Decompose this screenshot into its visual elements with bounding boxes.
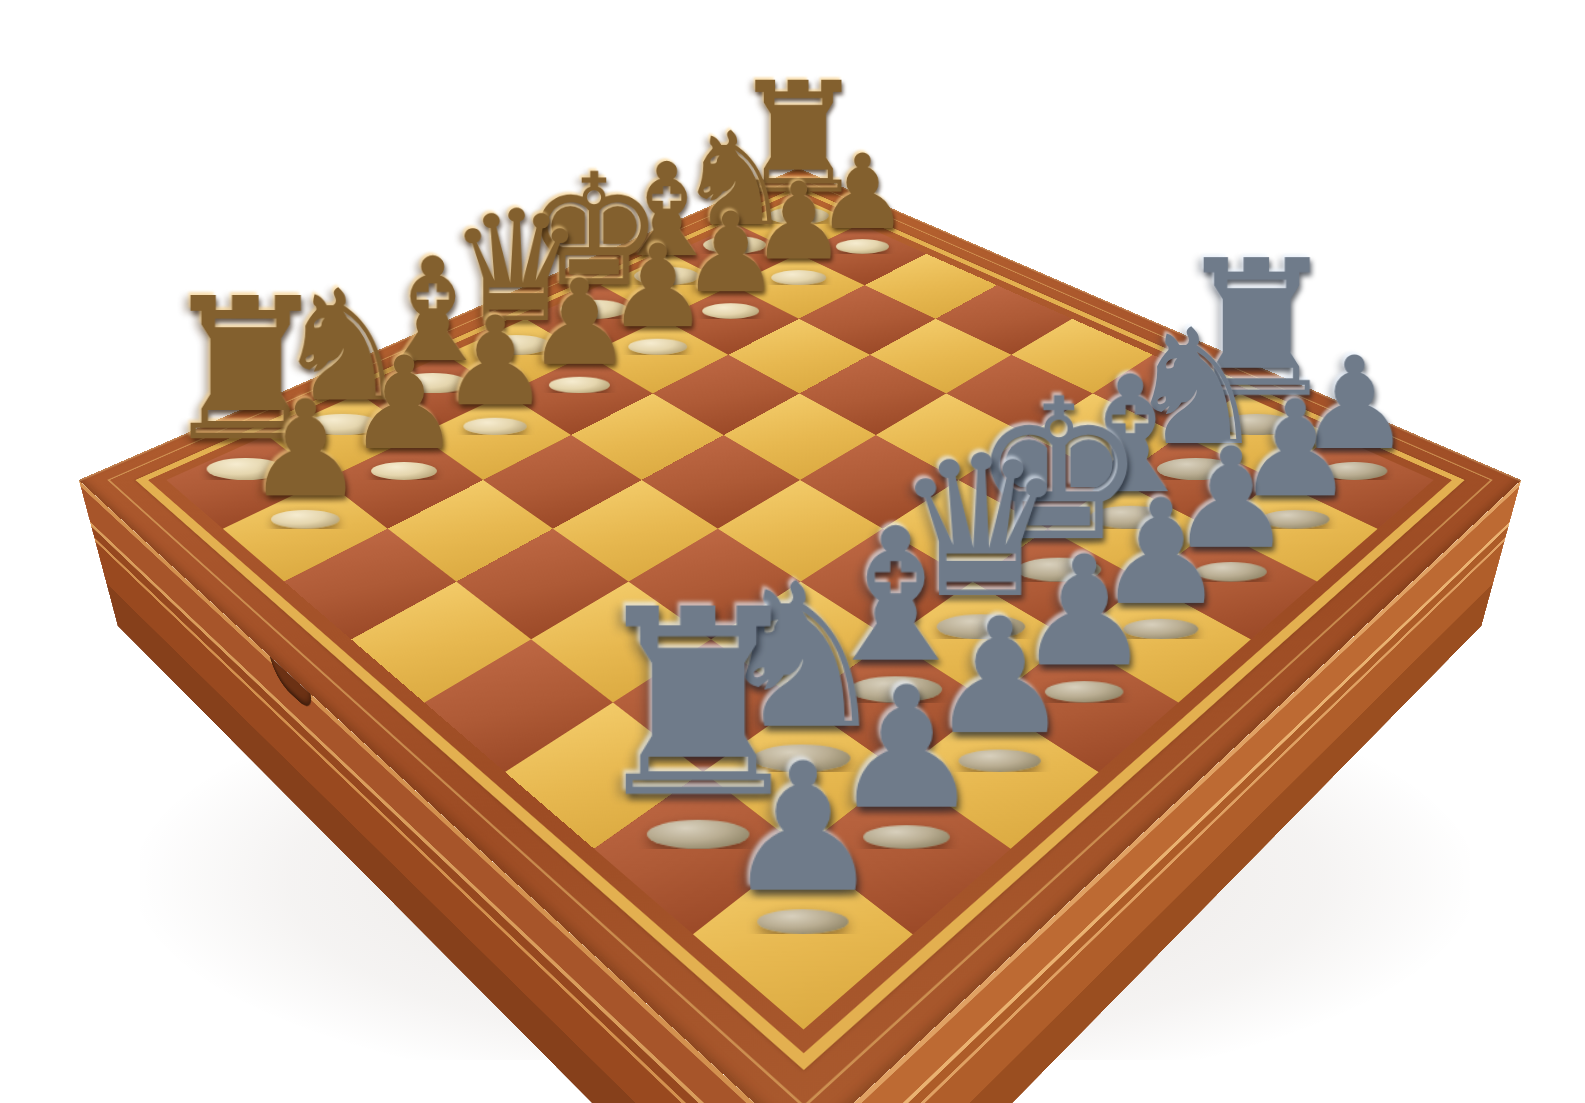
chess-set-photo: ♜♞♝♛♚♝♞♜♟♟♟♟♟♟♟♟♜♞♝♛♚♝♞♜♟♟♟♟♟♟♟♟ (0, 0, 1585, 1103)
pawn-icon: ♟ (246, 383, 366, 516)
chess-box: ♜♞♝♛♚♝♞♜♟♟♟♟♟♟♟♟♜♞♝♛♚♝♞♜♟♟♟♟♟♟♟♟ (79, 168, 1521, 1103)
chessboard-scene: ♜♞♝♛♚♝♞♜♟♟♟♟♟♟♟♟♜♞♝♛♚♝♞♜♟♟♟♟♟♟♟♟ (0, 0, 1585, 1103)
bronze-pawn[interactable]: ♟ (217, 354, 394, 529)
silver-pawn[interactable]: ♟ (685, 701, 921, 934)
square-a8[interactable]: ♟ (693, 849, 913, 1030)
board-top-face: ♜♞♝♛♚♝♞♜♟♟♟♟♟♟♟♟♜♞♝♛♚♝♞♜♟♟♟♟♟♟♟♟ (79, 168, 1521, 1103)
play-area: ♜♞♝♛♚♝♞♜♟♟♟♟♟♟♟♟♜♞♝♛♚♝♞♜♟♟♟♟♟♟♟♟ (166, 197, 1433, 1030)
pawn-icon: ♟ (723, 740, 882, 918)
